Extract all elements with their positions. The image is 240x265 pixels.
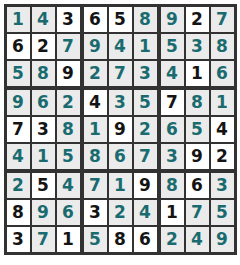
cell-r3c9[interactable]: 6 [211, 61, 234, 86]
cell-r6c5[interactable]: 6 [109, 144, 132, 169]
cell-r3c6[interactable]: 3 [134, 61, 157, 86]
cell-r7c8[interactable]: 6 [186, 173, 209, 198]
box-8: 719324586 [84, 173, 157, 252]
cell-r4c2[interactable]: 6 [32, 90, 55, 115]
cell-r2c4[interactable]: 9 [84, 34, 107, 59]
cell-r5c1[interactable]: 7 [7, 117, 30, 142]
cell-r2c2[interactable]: 2 [32, 34, 55, 59]
cell-r7c9[interactable]: 3 [211, 173, 234, 198]
cell-r9c9[interactable]: 9 [211, 227, 234, 252]
cell-r5c3[interactable]: 8 [57, 117, 80, 142]
cell-r9c8[interactable]: 4 [186, 227, 209, 252]
cell-r2c8[interactable]: 3 [186, 34, 209, 59]
cell-r4c4[interactable]: 4 [84, 90, 107, 115]
cell-r9c2[interactable]: 7 [32, 227, 55, 252]
cell-r5c2[interactable]: 3 [32, 117, 55, 142]
cell-r9c3[interactable]: 1 [57, 227, 80, 252]
cell-r7c3[interactable]: 4 [57, 173, 80, 198]
cell-r6c2[interactable]: 1 [32, 144, 55, 169]
box-1: 143627589 [7, 7, 80, 86]
cell-r7c5[interactable]: 1 [109, 173, 132, 198]
cell-r9c5[interactable]: 8 [109, 227, 132, 252]
cell-r8c1[interactable]: 8 [7, 200, 30, 225]
cell-r9c4[interactable]: 5 [84, 227, 107, 252]
cell-r1c9[interactable]: 7 [211, 7, 234, 32]
cell-r8c3[interactable]: 6 [57, 200, 80, 225]
box-7: 254896371 [7, 173, 80, 252]
cell-r5c4[interactable]: 1 [84, 117, 107, 142]
cell-r2c3[interactable]: 7 [57, 34, 80, 59]
cell-r1c2[interactable]: 4 [32, 7, 55, 32]
cell-r4c7[interactable]: 7 [161, 90, 184, 115]
cell-r3c7[interactable]: 4 [161, 61, 184, 86]
cell-r8c7[interactable]: 1 [161, 200, 184, 225]
box-2: 658941273 [84, 7, 157, 86]
cell-r8c2[interactable]: 9 [32, 200, 55, 225]
cell-r7c4[interactable]: 7 [84, 173, 107, 198]
box-6: 781654392 [161, 90, 234, 169]
cell-r8c9[interactable]: 5 [211, 200, 234, 225]
box-5: 435192867 [84, 90, 157, 169]
cell-r1c4[interactable]: 6 [84, 7, 107, 32]
cell-r8c8[interactable]: 7 [186, 200, 209, 225]
cell-r8c6[interactable]: 4 [134, 200, 157, 225]
cell-r1c1[interactable]: 1 [7, 7, 30, 32]
cell-r3c3[interactable]: 9 [57, 61, 80, 86]
cell-r6c4[interactable]: 8 [84, 144, 107, 169]
cell-r7c7[interactable]: 8 [161, 173, 184, 198]
cell-r3c1[interactable]: 5 [7, 61, 30, 86]
cell-r5c8[interactable]: 5 [186, 117, 209, 142]
cell-r9c7[interactable]: 2 [161, 227, 184, 252]
cell-r7c1[interactable]: 2 [7, 173, 30, 198]
cell-r5c6[interactable]: 2 [134, 117, 157, 142]
cell-r6c7[interactable]: 3 [161, 144, 184, 169]
cell-r5c5[interactable]: 9 [109, 117, 132, 142]
cell-r6c6[interactable]: 7 [134, 144, 157, 169]
cell-r1c7[interactable]: 9 [161, 7, 184, 32]
cell-r2c5[interactable]: 4 [109, 34, 132, 59]
cell-r4c5[interactable]: 3 [109, 90, 132, 115]
cell-r6c8[interactable]: 9 [186, 144, 209, 169]
cell-r3c4[interactable]: 2 [84, 61, 107, 86]
cell-r3c5[interactable]: 7 [109, 61, 132, 86]
page: 1436275896589412739275384169627384154351… [0, 0, 240, 265]
cell-r7c2[interactable]: 5 [32, 173, 55, 198]
cell-r4c1[interactable]: 9 [7, 90, 30, 115]
cell-r5c7[interactable]: 6 [161, 117, 184, 142]
cell-r6c3[interactable]: 5 [57, 144, 80, 169]
cell-r6c1[interactable]: 4 [7, 144, 30, 169]
cell-r4c3[interactable]: 2 [57, 90, 80, 115]
cell-r2c7[interactable]: 5 [161, 34, 184, 59]
cell-r5c9[interactable]: 4 [211, 117, 234, 142]
cell-r3c8[interactable]: 1 [186, 61, 209, 86]
box-4: 962738415 [7, 90, 80, 169]
cell-r8c5[interactable]: 2 [109, 200, 132, 225]
cell-r1c6[interactable]: 8 [134, 7, 157, 32]
cell-r6c9[interactable]: 2 [211, 144, 234, 169]
cell-r1c8[interactable]: 2 [186, 7, 209, 32]
cell-r2c1[interactable]: 6 [7, 34, 30, 59]
cell-r4c6[interactable]: 5 [134, 90, 157, 115]
cell-r1c3[interactable]: 3 [57, 7, 80, 32]
cell-r8c4[interactable]: 3 [84, 200, 107, 225]
cell-r2c6[interactable]: 1 [134, 34, 157, 59]
cell-r7c6[interactable]: 9 [134, 173, 157, 198]
cell-r9c1[interactable]: 3 [7, 227, 30, 252]
cell-r4c9[interactable]: 1 [211, 90, 234, 115]
cell-r2c9[interactable]: 8 [211, 34, 234, 59]
cell-r9c6[interactable]: 6 [134, 227, 157, 252]
cell-r3c2[interactable]: 8 [32, 61, 55, 86]
cell-r1c5[interactable]: 5 [109, 7, 132, 32]
cell-r4c8[interactable]: 8 [186, 90, 209, 115]
box-9: 863175249 [161, 173, 234, 252]
box-3: 927538416 [161, 7, 234, 86]
sudoku-board: 1436275896589412739275384169627384154351… [4, 4, 237, 255]
